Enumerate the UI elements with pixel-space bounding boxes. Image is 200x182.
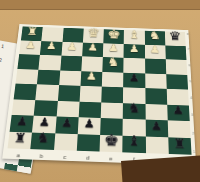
square-e4 [101, 87, 123, 103]
rank-label-8: 8 [187, 33, 189, 36]
square-a7: ♟ [19, 40, 41, 55]
square-d7: ♟ [82, 42, 103, 57]
square-c3 [56, 101, 79, 118]
square-a5 [16, 69, 39, 85]
square-g5 [145, 73, 167, 89]
square-b3 [34, 100, 58, 117]
square-h3: ♟ [167, 104, 190, 121]
file-label-c: c [53, 154, 77, 160]
square-f5: ♟ [123, 72, 145, 88]
square-f1: ♝ [123, 135, 146, 153]
square-h6 [166, 59, 188, 74]
square-a1: ♜ [8, 131, 33, 149]
square-c5 [59, 70, 81, 86]
folded-number-2: 2 [0, 58, 2, 63]
piece-bB-f1: ♝ [127, 134, 140, 148]
rank-label-4: 4 [190, 96, 192, 99]
piece-wP-e7: ♟ [108, 43, 119, 53]
board-border: ♜♛♚♝♞♛♟♟♟♟♟♟♟♞♟♟♞♟♟♟♟♟♟♜♞♚♝♜ abcdefgh 87… [2, 24, 196, 165]
piece-wP-d7: ♟ [87, 42, 98, 52]
piece-wP-d5: ♟ [86, 71, 97, 82]
piece-bP-g2: ♟ [151, 120, 162, 132]
piece-bP-c2: ♟ [61, 116, 73, 128]
piece-bN-f3: ♞ [128, 102, 141, 115]
rank-label-5: 5 [189, 80, 191, 83]
square-d2: ♟ [78, 117, 101, 134]
square-f3: ♞ [123, 103, 145, 120]
table-shadow-corner [121, 155, 200, 182]
file-label-b: b [30, 153, 54, 159]
square-c7: ♟ [61, 42, 83, 57]
rank-label-3: 3 [191, 114, 193, 118]
piece-bQ-h8: ♛ [169, 30, 182, 42]
piece-wP-f7: ♟ [129, 44, 139, 54]
square-g4 [145, 88, 167, 104]
square-e6: ♞ [102, 57, 123, 72]
piece-bN-b1: ♞ [36, 131, 50, 145]
square-d3 [78, 101, 101, 118]
piece-wP-b7: ♟ [46, 41, 57, 51]
table-surface: 12345678 ♜♛♚♝♞♛♟♟♟♟♟♟♟♞♟♟♞♟♟♟♟♟♟♜♞♚♝♜ ab… [0, 0, 200, 182]
piece-bP-b2: ♟ [38, 116, 50, 128]
file-label-d: d [76, 154, 99, 160]
square-e3 [101, 102, 123, 119]
piece-wR-a8: ♜ [26, 26, 38, 37]
piece-wQ-d8: ♛ [87, 27, 100, 39]
file-label-a: a [6, 152, 30, 158]
main-chess-board: ♜♛♚♝♞♛♟♟♟♟♟♟♟♞♟♟♞♟♟♟♟♟♟♜♞♚♝♜ abcdefgh 87… [2, 0, 200, 165]
square-b5 [37, 69, 60, 85]
square-c4 [57, 85, 80, 101]
square-c6 [60, 56, 82, 71]
square-b6 [39, 55, 61, 70]
square-f7: ♟ [124, 44, 145, 59]
piece-bP-h3: ♟ [172, 104, 184, 116]
square-g1 [145, 136, 168, 154]
square-g2: ♟ [145, 120, 168, 137]
rank-label-7: 7 [187, 48, 189, 51]
piece-wP-c7: ♟ [67, 42, 78, 52]
square-h8: ♛ [165, 31, 186, 45]
file-label-e: e [99, 155, 122, 162]
square-b7: ♟ [40, 41, 62, 56]
piece-wB-f8: ♝ [128, 29, 140, 40]
square-d1 [77, 134, 101, 152]
piece-bK-e1: ♚ [104, 133, 119, 149]
square-e5 [102, 72, 124, 88]
square-d5: ♟ [80, 71, 102, 87]
square-b4 [36, 84, 59, 100]
square-c1 [54, 133, 78, 151]
square-h1: ♜ [168, 137, 192, 155]
square-g6 [145, 59, 166, 74]
rank-label-6: 6 [188, 64, 190, 67]
square-a4 [14, 84, 37, 100]
piece-wP-g7: ♟ [150, 44, 161, 54]
square-b1: ♞ [31, 132, 55, 150]
piece-wP-a7: ♟ [25, 40, 36, 50]
square-a6 [17, 54, 40, 69]
square-c2: ♟ [55, 116, 79, 133]
folded-number-1: 1 [1, 44, 5, 49]
piece-bP-d2: ♟ [83, 117, 95, 129]
piece-bP-a2: ♟ [16, 115, 29, 127]
piece-bR-h1: ♜ [173, 136, 186, 149]
square-d4 [79, 86, 101, 102]
rank-label-2: 2 [192, 132, 194, 136]
piece-wN-e6: ♞ [107, 56, 119, 68]
square-g3 [145, 104, 167, 121]
piece-wK-e8: ♚ [107, 28, 121, 41]
square-h5 [166, 74, 188, 90]
square-g7: ♟ [145, 44, 166, 59]
piece-wN-g8: ♞ [149, 30, 161, 41]
board-grid: ♜♛♚♝♞♛♟♟♟♟♟♟♟♞♟♟♞♟♟♟♟♟♟♜♞♚♝♜ [8, 26, 192, 154]
square-h4 [166, 89, 188, 105]
square-a3 [12, 99, 36, 116]
rank-label-1: 1 [193, 150, 195, 154]
square-e1: ♚ [100, 134, 123, 152]
piece-bP-f5: ♟ [129, 72, 140, 83]
square-h7 [165, 45, 186, 60]
piece-bR-a1: ♜ [13, 131, 27, 144]
